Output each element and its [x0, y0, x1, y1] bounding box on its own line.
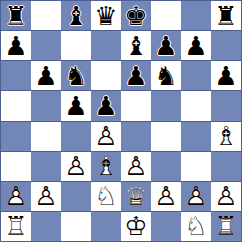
square-c3[interactable]: ♟♙ — [61, 152, 91, 181]
square-b6[interactable]: ♟ — [31, 61, 61, 90]
square-d1[interactable] — [91, 212, 121, 241]
square-g3[interactable] — [181, 152, 211, 181]
black-queen-icon: ♛ — [91, 1, 121, 30]
square-e8[interactable]: ♚ — [121, 1, 151, 30]
black-pawn-icon: ♟ — [1, 31, 31, 60]
square-b7[interactable] — [31, 31, 61, 60]
square-c4[interactable] — [61, 122, 91, 151]
white-pawn-icon: ♙ — [31, 182, 61, 211]
white-queen-icon: ♛ — [121, 182, 151, 211]
white-pawn-icon: ♟ — [211, 182, 241, 211]
square-f4[interactable] — [151, 122, 181, 151]
white-king-icon: ♚ — [121, 212, 151, 241]
black-pawn-icon: ♟ — [181, 31, 211, 60]
black-pawn-icon: ♟ — [211, 61, 241, 90]
square-a2[interactable]: ♟♙ — [1, 182, 31, 211]
white-pawn-icon: ♟ — [31, 182, 61, 211]
white-queen-icon: ♕ — [121, 182, 151, 211]
white-pawn-icon: ♙ — [1, 182, 31, 211]
white-pawn-icon: ♙ — [181, 182, 211, 211]
white-rook-icon: ♜ — [1, 212, 31, 241]
square-e5[interactable] — [121, 91, 151, 120]
white-rook-icon: ♜ — [211, 212, 241, 241]
black-pawn-icon: ♟ — [61, 91, 91, 120]
black-rook-icon: ♜ — [211, 1, 241, 30]
square-a3[interactable] — [1, 152, 31, 181]
square-e4[interactable] — [121, 122, 151, 151]
square-d6[interactable] — [91, 61, 121, 90]
square-g2[interactable]: ♟♙ — [181, 182, 211, 211]
black-pawn-icon: ♟ — [91, 91, 121, 120]
square-d3[interactable]: ♝♗ — [91, 152, 121, 181]
white-pawn-icon: ♟ — [181, 182, 211, 211]
square-b8[interactable] — [31, 1, 61, 30]
white-king-icon: ♔ — [121, 212, 151, 241]
square-f7[interactable]: ♟ — [151, 31, 181, 60]
white-bishop-icon: ♝ — [91, 152, 121, 181]
square-g6[interactable] — [181, 61, 211, 90]
square-g5[interactable] — [181, 91, 211, 120]
square-f3[interactable] — [151, 152, 181, 181]
square-c6[interactable]: ♞ — [61, 61, 91, 90]
square-d8[interactable]: ♛ — [91, 1, 121, 30]
white-pawn-icon: ♟ — [91, 122, 121, 151]
square-f8[interactable] — [151, 1, 181, 30]
white-knight-icon: ♘ — [181, 212, 211, 241]
square-d2[interactable]: ♞♘ — [91, 182, 121, 211]
square-b4[interactable] — [31, 122, 61, 151]
square-f5[interactable] — [151, 91, 181, 120]
white-bishop-icon: ♗ — [91, 152, 121, 181]
black-pawn-icon: ♟ — [121, 61, 151, 90]
white-bishop-icon: ♗ — [211, 122, 241, 151]
square-a8[interactable]: ♜ — [1, 1, 31, 30]
square-e3[interactable]: ♟♙ — [121, 152, 151, 181]
square-g8[interactable] — [181, 1, 211, 30]
square-h1[interactable]: ♜♖ — [211, 212, 241, 241]
white-knight-icon: ♞ — [91, 182, 121, 211]
square-a4[interactable] — [1, 122, 31, 151]
white-pawn-icon: ♙ — [211, 182, 241, 211]
black-pawn-icon: ♟ — [151, 31, 181, 60]
square-h8[interactable]: ♜ — [211, 1, 241, 30]
black-bishop-icon: ♝ — [61, 1, 91, 30]
white-bishop-icon: ♝ — [211, 122, 241, 151]
white-rook-icon: ♖ — [211, 212, 241, 241]
square-h4[interactable]: ♝♗ — [211, 122, 241, 151]
square-h6[interactable]: ♟ — [211, 61, 241, 90]
square-c5[interactable]: ♟ — [61, 91, 91, 120]
square-g1[interactable]: ♞♘ — [181, 212, 211, 241]
white-pawn-icon: ♙ — [61, 152, 91, 181]
white-pawn-icon: ♙ — [151, 182, 181, 211]
square-e2[interactable]: ♛♕ — [121, 182, 151, 211]
black-king-icon: ♚ — [121, 1, 151, 30]
square-h3[interactable] — [211, 152, 241, 181]
square-h2[interactable]: ♟♙ — [211, 182, 241, 211]
square-f6[interactable]: ♞ — [151, 61, 181, 90]
square-b5[interactable] — [31, 91, 61, 120]
white-knight-icon: ♞ — [181, 212, 211, 241]
white-pawn-icon: ♟ — [151, 182, 181, 211]
chess-board: ♜♝♛♚♜♟♝♟♟♟♞♟♞♟♟♟♟♙♝♗♟♙♝♗♟♙♟♙♟♙♞♘♛♕♟♙♟♙♟♙… — [0, 0, 242, 242]
black-knight-icon: ♞ — [151, 61, 181, 90]
square-d5[interactable]: ♟ — [91, 91, 121, 120]
white-pawn-icon: ♟ — [121, 152, 151, 181]
black-bishop-icon: ♝ — [121, 31, 151, 60]
square-h7[interactable] — [211, 31, 241, 60]
square-g4[interactable] — [181, 122, 211, 151]
black-knight-icon: ♞ — [61, 61, 91, 90]
square-d7[interactable] — [91, 31, 121, 60]
square-e7[interactable]: ♝ — [121, 31, 151, 60]
square-f2[interactable]: ♟♙ — [151, 182, 181, 211]
square-a7[interactable]: ♟ — [1, 31, 31, 60]
white-pawn-icon: ♟ — [61, 152, 91, 181]
white-pawn-icon: ♙ — [91, 122, 121, 151]
white-pawn-icon: ♟ — [1, 182, 31, 211]
black-rook-icon: ♜ — [1, 1, 31, 30]
black-pawn-icon: ♟ — [31, 61, 61, 90]
square-b1[interactable] — [31, 212, 61, 241]
white-rook-icon: ♖ — [1, 212, 31, 241]
square-g7[interactable]: ♟ — [181, 31, 211, 60]
square-e1[interactable]: ♚♔ — [121, 212, 151, 241]
square-a5[interactable] — [1, 91, 31, 120]
square-b3[interactable] — [31, 152, 61, 181]
square-h5[interactable] — [211, 91, 241, 120]
square-e6[interactable]: ♟ — [121, 61, 151, 90]
square-c2[interactable] — [61, 182, 91, 211]
square-c1[interactable] — [61, 212, 91, 241]
square-a6[interactable] — [1, 61, 31, 90]
square-c7[interactable] — [61, 31, 91, 60]
square-f1[interactable] — [151, 212, 181, 241]
square-a1[interactable]: ♜♖ — [1, 212, 31, 241]
square-d4[interactable]: ♟♙ — [91, 122, 121, 151]
white-pawn-icon: ♙ — [121, 152, 151, 181]
white-knight-icon: ♘ — [91, 182, 121, 211]
square-c8[interactable]: ♝ — [61, 1, 91, 30]
square-b2[interactable]: ♟♙ — [31, 182, 61, 211]
